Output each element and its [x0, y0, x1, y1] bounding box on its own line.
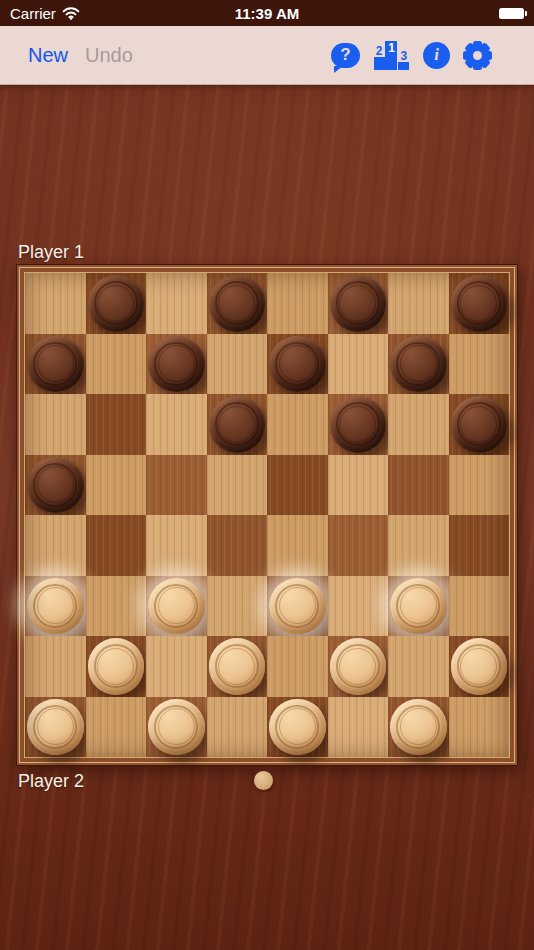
board-cell[interactable]: [449, 515, 510, 576]
dark-piece[interactable]: [390, 336, 447, 393]
dark-piece[interactable]: [27, 457, 84, 514]
board-cell: [25, 636, 86, 697]
info-glyph: i: [434, 45, 439, 65]
board-cell: [449, 576, 510, 637]
light-piece[interactable]: [330, 638, 387, 695]
wifi-icon: [62, 6, 80, 20]
board-cell[interactable]: [267, 576, 328, 637]
status-left: Carrier: [10, 5, 80, 22]
board-cell[interactable]: [388, 455, 449, 516]
board-cell: [449, 697, 510, 758]
board-cell[interactable]: [25, 697, 86, 758]
board-cell[interactable]: [388, 697, 449, 758]
board-cell: [86, 576, 147, 637]
light-piece[interactable]: [269, 699, 326, 756]
board-cell: [328, 576, 389, 637]
board-cell[interactable]: [449, 636, 510, 697]
board-cell[interactable]: [328, 515, 389, 576]
dark-piece[interactable]: [330, 396, 387, 453]
board-cell[interactable]: [207, 394, 268, 455]
light-piece[interactable]: [390, 578, 447, 635]
board-cell: [146, 515, 207, 576]
board-cell[interactable]: [328, 394, 389, 455]
board-cell[interactable]: [146, 455, 207, 516]
board-cell: [207, 455, 268, 516]
board-cell[interactable]: [86, 636, 147, 697]
board-cell: [146, 273, 207, 334]
board-cell: [86, 697, 147, 758]
light-piece[interactable]: [390, 699, 447, 756]
board-cell: [328, 334, 389, 395]
board-cell: [207, 697, 268, 758]
player1-label: Player 1: [18, 242, 84, 263]
board-cell[interactable]: [207, 636, 268, 697]
board-cell[interactable]: [86, 394, 147, 455]
board-cell[interactable]: [449, 273, 510, 334]
carrier-label: Carrier: [10, 5, 56, 22]
board-cell: [146, 394, 207, 455]
dark-piece[interactable]: [451, 396, 508, 453]
board-cell: [328, 697, 389, 758]
settings-gear-icon[interactable]: [463, 41, 492, 70]
undo-button[interactable]: Undo: [85, 44, 133, 67]
board-cell[interactable]: [25, 334, 86, 395]
board-cell: [207, 576, 268, 637]
dark-piece[interactable]: [209, 396, 266, 453]
help-glyph: ?: [340, 45, 350, 65]
board-cell[interactable]: [267, 334, 328, 395]
light-piece[interactable]: [27, 578, 84, 635]
board-cell: [388, 394, 449, 455]
light-piece[interactable]: [269, 578, 326, 635]
board-cell: [267, 273, 328, 334]
board-cell: [388, 273, 449, 334]
status-right: [499, 8, 524, 19]
info-icon[interactable]: i: [423, 42, 450, 69]
board-cell[interactable]: [449, 394, 510, 455]
board-cell[interactable]: [86, 273, 147, 334]
board-cell[interactable]: [267, 455, 328, 516]
board-cell: [86, 334, 147, 395]
dark-piece[interactable]: [27, 336, 84, 393]
light-piece[interactable]: [451, 638, 508, 695]
board-cell: [25, 515, 86, 576]
board-cell: [146, 636, 207, 697]
board-cell: [207, 334, 268, 395]
board-cell[interactable]: [146, 697, 207, 758]
board-grid: [25, 273, 509, 757]
board-cell[interactable]: [86, 515, 147, 576]
board-cell: [328, 455, 389, 516]
board-cell: [267, 515, 328, 576]
dark-piece[interactable]: [88, 275, 145, 332]
checkers-board: [16, 264, 518, 766]
board-cell: [449, 455, 510, 516]
dark-piece[interactable]: [330, 275, 387, 332]
dark-piece[interactable]: [209, 275, 266, 332]
board-cell[interactable]: [25, 576, 86, 637]
podium-3-label: 3: [400, 50, 407, 62]
light-piece[interactable]: [27, 699, 84, 756]
player2-label: Player 2: [18, 771, 84, 792]
board-cell[interactable]: [388, 576, 449, 637]
light-piece[interactable]: [209, 638, 266, 695]
board-cell: [25, 273, 86, 334]
turn-indicator-dot: [254, 771, 273, 790]
board-cell[interactable]: [207, 515, 268, 576]
board-cell[interactable]: [388, 334, 449, 395]
light-piece[interactable]: [88, 638, 145, 695]
battery-icon: [499, 8, 524, 19]
app-screen: Carrier 11:39 AM New Undo ? 2: [0, 0, 534, 950]
board-cell: [267, 636, 328, 697]
board-cell[interactable]: [146, 334, 207, 395]
help-icon[interactable]: ?: [331, 43, 360, 68]
clock: 11:39 AM: [0, 5, 534, 22]
light-piece[interactable]: [148, 578, 205, 635]
dark-piece[interactable]: [451, 275, 508, 332]
podium-2-label: 2: [376, 45, 383, 57]
board-cell[interactable]: [328, 273, 389, 334]
board-cell: [25, 394, 86, 455]
status-bar: Carrier 11:39 AM: [0, 0, 534, 26]
board-cell: [449, 334, 510, 395]
board-cell[interactable]: [146, 576, 207, 637]
nav-icons: ? 2 1 3 i: [331, 26, 492, 84]
leaderboard-icon[interactable]: 2 1 3: [373, 41, 410, 70]
board-cell: [388, 515, 449, 576]
board-cell: [267, 394, 328, 455]
board-cell[interactable]: [25, 455, 86, 516]
podium-1-label: 1: [385, 41, 397, 70]
board-cell[interactable]: [328, 636, 389, 697]
nav-bar: New Undo ? 2 1 3 i: [0, 26, 534, 85]
light-piece[interactable]: [148, 699, 205, 756]
board-cell: [86, 455, 147, 516]
board-cell[interactable]: [267, 697, 328, 758]
dark-piece[interactable]: [269, 336, 326, 393]
new-game-button[interactable]: New: [28, 44, 68, 67]
board-cell[interactable]: [207, 273, 268, 334]
board-cell: [388, 636, 449, 697]
dark-piece[interactable]: [148, 336, 205, 393]
